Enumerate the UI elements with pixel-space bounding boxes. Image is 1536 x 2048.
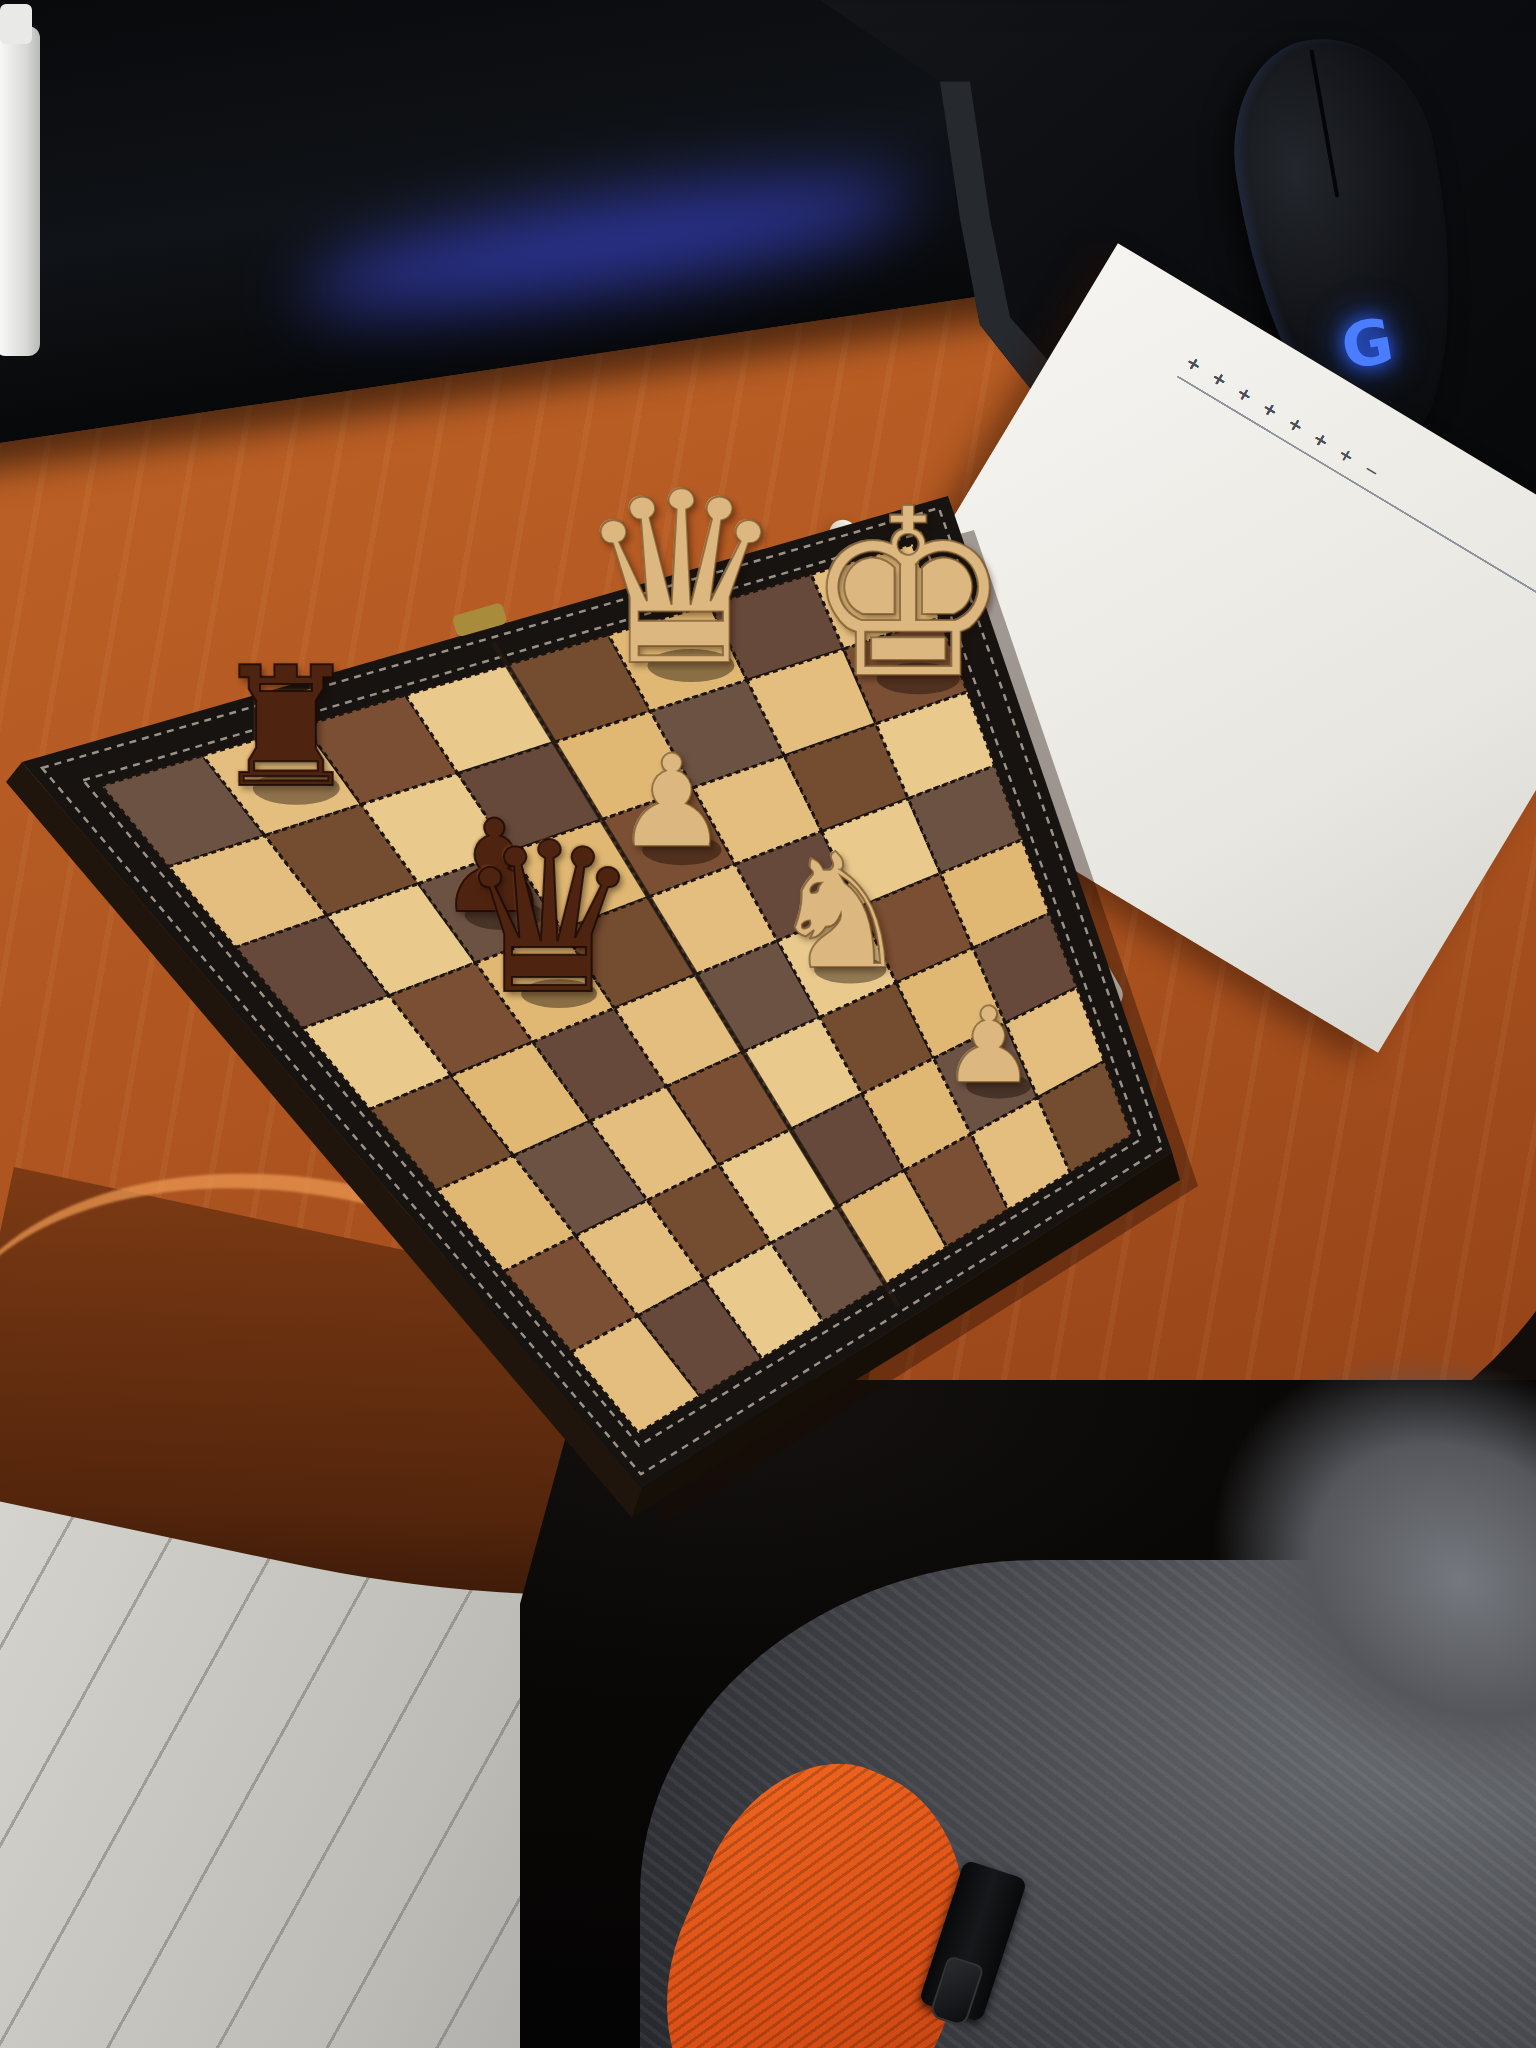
white-bottle <box>0 26 40 356</box>
white-pawn-g2[interactable]: ♟ <box>942 994 1036 1099</box>
white-king-h7[interactable]: ♚ <box>804 479 1013 712</box>
bottle-cap <box>0 4 32 44</box>
black-rook-b8[interactable]: ♜ <box>212 645 361 811</box>
zipper-pull <box>929 1955 985 2028</box>
black-queen-c5[interactable]: ♛ <box>456 815 642 1023</box>
photo-stage: G + + + + + + −+ + + + − + ++ + − + + ++… <box>0 0 1536 2048</box>
white-queen-f8[interactable]: ♛ <box>574 462 787 700</box>
white-knight-f4[interactable]: ♞ <box>769 832 912 991</box>
